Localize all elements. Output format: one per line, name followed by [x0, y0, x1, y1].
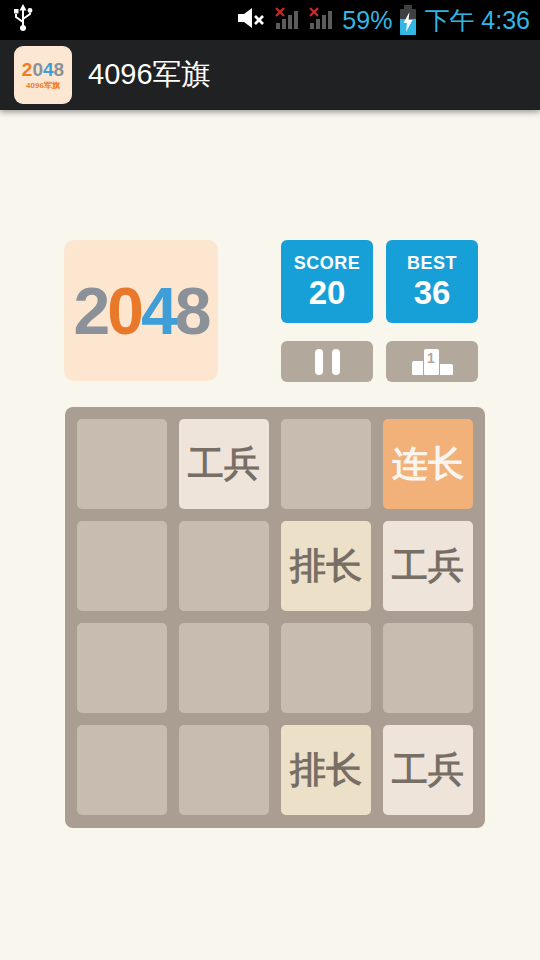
empty-cell — [77, 725, 167, 815]
best-box: BEST 36 — [386, 240, 478, 323]
empty-cell — [77, 419, 167, 509]
page-title: 4096军旗 — [88, 55, 211, 95]
empty-cell — [179, 623, 269, 713]
speaker-muted-icon — [236, 6, 266, 34]
usb-icon — [10, 3, 36, 37]
pause-button[interactable] — [281, 341, 373, 382]
tile: 工兵 — [179, 419, 269, 509]
score-label: SCORE — [294, 254, 361, 272]
empty-cell — [179, 725, 269, 815]
score-value: 20 — [309, 276, 346, 309]
empty-cell — [383, 623, 473, 713]
tile: 工兵 — [383, 521, 473, 611]
app-icon: 2048 4096军旗 — [14, 46, 72, 104]
status-bar: 59% 下午 4:36 — [0, 0, 540, 40]
podium-icon: 1 — [412, 349, 453, 375]
logo-tile: 2048 — [64, 240, 218, 381]
no-signal-icon-2 — [308, 6, 334, 34]
logo-2048: 2048 — [74, 278, 209, 344]
tile: 排长 — [281, 521, 371, 611]
board-grid[interactable]: 工兵连长排长工兵排长工兵 — [65, 407, 485, 828]
score-box: SCORE 20 — [281, 240, 373, 323]
pause-icon — [315, 349, 323, 375]
best-value: 36 — [414, 276, 451, 309]
tile: 工兵 — [383, 725, 473, 815]
leaderboard-button[interactable]: 1 — [386, 341, 478, 382]
tile: 排长 — [281, 725, 371, 815]
empty-cell — [77, 521, 167, 611]
battery-charging-icon — [400, 5, 416, 35]
tile: 连长 — [383, 419, 473, 509]
empty-cell — [179, 521, 269, 611]
empty-cell — [281, 419, 371, 509]
app-bar: 2048 4096军旗 4096军旗 — [0, 40, 540, 110]
empty-cell — [281, 623, 371, 713]
app-icon-caption: 4096军旗 — [26, 82, 60, 90]
best-label: BEST — [407, 254, 457, 272]
no-signal-icon — [274, 6, 300, 34]
empty-cell — [77, 623, 167, 713]
clock: 下午 4:36 — [424, 8, 530, 33]
battery-percent: 59% — [342, 8, 392, 33]
app-icon-digits: 2048 — [22, 60, 64, 79]
